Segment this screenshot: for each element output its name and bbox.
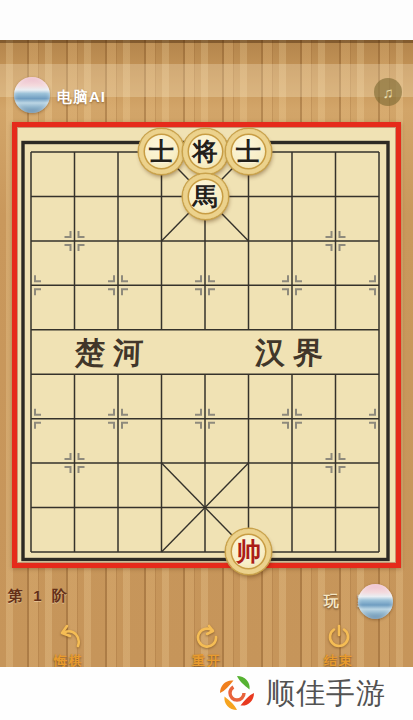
stage-label: 第 1 阶 bbox=[8, 587, 70, 606]
piece-black-general[interactable]: 将 bbox=[183, 129, 228, 174]
music-toggle-button[interactable]: ♫ bbox=[374, 78, 402, 106]
restart-circle-icon bbox=[168, 623, 246, 651]
piece-black-advisor[interactable]: 士 bbox=[226, 129, 271, 174]
site-name: 顺佳手游网 bbox=[266, 667, 413, 720]
opponent-name: 电脑AI bbox=[57, 88, 106, 107]
opponent-avatar bbox=[14, 77, 50, 113]
undo-arrow-icon bbox=[30, 623, 108, 651]
end-button[interactable]: 结束 bbox=[300, 623, 378, 670]
piece-black-horse[interactable]: 馬 bbox=[183, 174, 228, 219]
power-icon bbox=[300, 623, 378, 651]
piece-layer: 士将士馬帅 bbox=[9, 130, 401, 574]
piece-red-general[interactable]: 帅 bbox=[226, 529, 271, 574]
restart-button[interactable]: 重开 bbox=[168, 623, 246, 670]
undo-button[interactable]: 悔棋 bbox=[30, 623, 108, 670]
player-avatar bbox=[358, 584, 393, 619]
music-note-icon: ♫ bbox=[382, 85, 393, 100]
site-logo-icon[interactable] bbox=[217, 673, 257, 713]
xiangqi-board[interactable]: 楚河 汉界 士将士馬帅 bbox=[12, 122, 401, 568]
piece-black-advisor[interactable]: 士 bbox=[139, 129, 184, 174]
status-bar bbox=[0, 0, 413, 41]
wood-top-seam bbox=[0, 40, 413, 43]
